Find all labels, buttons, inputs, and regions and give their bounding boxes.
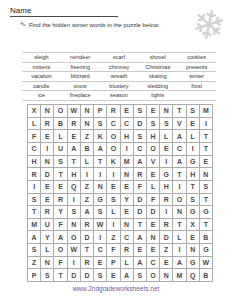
cell-r13c10: C — [147, 257, 160, 270]
cell-r8c3: R — [54, 194, 67, 207]
word-christmas: Christmas — [138, 62, 177, 72]
puzzle-grid: XNOWNPRESENTSMLRBRNSCCDSSVEIFELEZKOHSHLA… — [27, 104, 213, 282]
word-sledding: sledding — [138, 81, 177, 91]
cell-r10c4: N — [68, 219, 81, 232]
cell-r1c7: R — [107, 105, 120, 118]
cell-r1c9: S — [134, 105, 147, 118]
cell-r4c12: C — [173, 143, 186, 156]
cell-r3c2: E — [41, 130, 54, 143]
cell-r6c12: T — [173, 168, 186, 181]
cell-r14c14: B — [200, 269, 213, 282]
cell-r8c13: S — [187, 194, 200, 207]
cell-r5c10: V — [147, 156, 160, 169]
word-season: season — [100, 90, 139, 100]
cell-r4c5: B — [81, 143, 94, 156]
cell-r14c4: D — [68, 269, 81, 282]
cell-r2c6: S — [94, 118, 107, 131]
cell-r3c13: L — [187, 130, 200, 143]
cell-r12c12: I — [173, 244, 186, 257]
cell-r9c6: S — [94, 206, 107, 219]
cell-r5c7: K — [107, 156, 120, 169]
cell-r1c11: N — [160, 105, 173, 118]
cell-r13c4: I — [68, 257, 81, 270]
word-blustery: blustery — [100, 81, 139, 91]
cell-r14c5: D — [81, 269, 94, 282]
cell-r5c13: G — [187, 156, 200, 169]
cell-r11c12: L — [173, 231, 186, 244]
cell-r6c8: N — [121, 168, 134, 181]
cell-r4c13: I — [187, 143, 200, 156]
cell-r1c10: E — [147, 105, 160, 118]
cell-r8c8: Y — [121, 194, 134, 207]
cell-r12c2: L — [41, 244, 54, 257]
cell-r12c5: T — [81, 244, 94, 257]
cell-r10c12: T — [173, 219, 186, 232]
cell-r3c9: S — [134, 130, 147, 143]
cell-r10c11: R — [160, 219, 173, 232]
cell-r7c12: I — [173, 181, 186, 194]
cell-r6c1: R — [28, 168, 41, 181]
cell-r4c2: I — [41, 143, 54, 156]
cell-r6c14: N — [200, 168, 213, 181]
cell-r2c1: L — [28, 118, 41, 131]
cell-r4c8: I — [121, 143, 134, 156]
cell-r9c10: D — [147, 206, 160, 219]
cell-r1c14: M — [200, 105, 213, 118]
cell-r14c2: S — [41, 269, 54, 282]
cell-r7c3: E — [54, 181, 67, 194]
cell-r3c11: L — [160, 130, 173, 143]
cell-r2c13: E — [187, 118, 200, 131]
instruction-text: Find the hidden winter words in the puzz… — [29, 22, 160, 28]
cell-r5c11: I — [160, 156, 173, 169]
cell-r4c3: U — [54, 143, 67, 156]
cell-r2c9: D — [134, 118, 147, 131]
cell-r9c2: R — [41, 206, 54, 219]
cell-r7c9: F — [134, 181, 147, 194]
cell-r14c12: M — [173, 269, 186, 282]
cell-r7c8: E — [121, 181, 134, 194]
cell-r5c6: T — [94, 156, 107, 169]
cell-r13c9: A — [134, 257, 147, 270]
name-label: Name — [10, 6, 31, 15]
cell-r11c2: Y — [41, 231, 54, 244]
cell-r9c13: G — [187, 206, 200, 219]
cell-r13c6: E — [94, 257, 107, 270]
cell-r7c11: H — [160, 181, 173, 194]
cell-r1c13: S — [187, 105, 200, 118]
cell-r8c14: T — [200, 194, 213, 207]
word-ice: ice — [22, 90, 61, 100]
word-list: sleighreindeerscarfshovelcookiesmittensf… — [22, 52, 216, 101]
cell-r13c8: L — [121, 257, 134, 270]
cell-r6c11: G — [160, 168, 173, 181]
footer-url[interactable]: www.2ndgradeworksheets.net — [0, 285, 232, 292]
cell-r5c12: A — [173, 156, 186, 169]
cell-r12c11: Z — [160, 244, 173, 257]
cell-r2c3: B — [54, 118, 67, 131]
cell-r7c2: E — [41, 181, 54, 194]
cell-r8c4: I — [68, 194, 81, 207]
cell-r12c8: R — [121, 244, 134, 257]
cell-r7c5: Z — [81, 181, 94, 194]
cell-r13c7: P — [107, 257, 120, 270]
cell-r7c6: N — [94, 181, 107, 194]
cell-r12c3: O — [54, 244, 67, 257]
cell-r6c5: I — [81, 168, 94, 181]
cell-r7c7: E — [107, 181, 120, 194]
cell-r11c3: A — [54, 231, 67, 244]
cell-r8c5: Z — [81, 194, 94, 207]
snowflake-icon: ❄ — [188, 1, 230, 49]
cell-r3c4: E — [68, 130, 81, 143]
cell-r5c9: A — [134, 156, 147, 169]
cell-r8c12: O — [173, 194, 186, 207]
cell-r10c10: E — [147, 219, 160, 232]
cell-r14c9: S — [134, 269, 147, 282]
cell-r4c9: C — [134, 143, 147, 156]
cell-r13c14: W — [200, 257, 213, 270]
cell-r10c8: N — [121, 219, 134, 232]
instruction-row: ✎ Find the hidden winter words in the pu… — [20, 21, 182, 29]
cell-r11c9: A — [134, 231, 147, 244]
pencil-icon: ✎ — [19, 21, 26, 30]
cell-r9c1: T — [28, 206, 41, 219]
word-scarf: scarf — [100, 52, 139, 62]
word-shovel: shovel — [138, 52, 177, 62]
cell-r5c14: E — [200, 156, 213, 169]
cell-r12c6: C — [94, 244, 107, 257]
cell-r11c11: D — [160, 231, 173, 244]
cell-r13c2: N — [41, 257, 54, 270]
cell-r2c12: V — [173, 118, 186, 131]
cell-r13c11: E — [160, 257, 173, 270]
cell-r3c7: O — [107, 130, 120, 143]
cell-r4c14: T — [200, 143, 213, 156]
cell-r8c2: E — [41, 194, 54, 207]
cell-r12c13: N — [187, 244, 200, 257]
cell-r7c13: T — [187, 181, 200, 194]
cell-r10c1: M — [28, 219, 41, 232]
cell-r8c10: F — [147, 194, 160, 207]
word-cookies: cookies — [177, 52, 216, 62]
cell-r12c9: E — [134, 244, 147, 257]
cell-r2c11: S — [160, 118, 173, 131]
cell-r10c2: U — [41, 219, 54, 232]
cell-r4c10: O — [147, 143, 160, 156]
cell-r2c5: N — [81, 118, 94, 131]
word-chimney: chimney — [100, 62, 139, 72]
cell-r11c13: E — [187, 231, 200, 244]
word-reindeer: reindeer — [61, 52, 100, 62]
cell-r6c4: H — [68, 168, 81, 181]
cell-r1c6: P — [94, 105, 107, 118]
cell-r4c11: E — [160, 143, 173, 156]
cell-r7c4: Q — [68, 181, 81, 194]
cell-r9c8: E — [121, 206, 134, 219]
cell-r1c4: W — [68, 105, 81, 118]
word-frost: frost — [177, 81, 216, 91]
cell-r13c3: F — [54, 257, 67, 270]
cell-r9c9: D — [134, 206, 147, 219]
cell-r3c5: Z — [81, 130, 94, 143]
cell-r3c8: H — [121, 130, 134, 143]
cell-r13c12: A — [173, 257, 186, 270]
cell-r9c12: N — [173, 206, 186, 219]
cell-r6c10: E — [147, 168, 160, 181]
word-empty — [177, 90, 216, 100]
cell-r1c5: N — [81, 105, 94, 118]
cell-r10c3: F — [54, 219, 67, 232]
cell-r8c7: S — [107, 194, 120, 207]
cell-r2c7: C — [107, 118, 120, 131]
cell-r14c3: T — [54, 269, 67, 282]
cell-r4c6: A — [94, 143, 107, 156]
cell-r3c10: H — [147, 130, 160, 143]
word-lights: lights — [138, 90, 177, 100]
word-freezing: freezing — [61, 62, 100, 72]
cell-r11c5: D — [81, 231, 94, 244]
cell-r8c1: S — [28, 194, 41, 207]
cell-r1c1: X — [28, 105, 41, 118]
cell-r5c3: S — [54, 156, 67, 169]
cell-r5c1: H — [28, 156, 41, 169]
cell-r9c7: L — [107, 206, 120, 219]
cell-r2c4: R — [68, 118, 81, 131]
cell-r1c3: O — [54, 105, 67, 118]
cell-r13c5: R — [81, 257, 94, 270]
cell-r4c7: O — [107, 143, 120, 156]
cell-r13c13: G — [187, 257, 200, 270]
cell-r7c1: I — [28, 181, 41, 194]
cell-r2c14: I — [200, 118, 213, 131]
word-skating: skating — [138, 71, 177, 81]
cell-r9c4: S — [68, 206, 81, 219]
cell-r1c8: E — [121, 105, 134, 118]
cell-r10c9: T — [134, 219, 147, 232]
cell-r14c13: Q — [187, 269, 200, 282]
cell-r3c6: K — [94, 130, 107, 143]
cell-r5c2: N — [41, 156, 54, 169]
cell-r12c7: F — [107, 244, 120, 257]
cell-r11c6: I — [94, 231, 107, 244]
cell-r11c7: Z — [107, 231, 120, 244]
cell-r11c14: B — [200, 231, 213, 244]
cell-r14c7: E — [107, 269, 120, 282]
cell-r12c14: G — [200, 244, 213, 257]
word-blizzard: blizzard — [61, 71, 100, 81]
cell-r5c5: L — [81, 156, 94, 169]
cell-r11c8: C — [121, 231, 134, 244]
cell-r7c10: L — [147, 181, 160, 194]
cell-r6c13: H — [187, 168, 200, 181]
worksheet-page: Name ✎ Find the hidden winter words in t… — [0, 0, 232, 300]
cell-r14c8: A — [121, 269, 134, 282]
cell-r5c8: M — [121, 156, 134, 169]
word-winter: winter — [177, 71, 216, 81]
cell-r2c10: S — [147, 118, 160, 131]
cell-r1c12: T — [173, 105, 186, 118]
cell-r8c9: D — [134, 194, 147, 207]
word-vacation: vacation — [22, 71, 61, 81]
cell-r11c10: N — [147, 231, 160, 244]
cell-r9c5: A — [81, 206, 94, 219]
cell-r12c1: S — [28, 244, 41, 257]
cell-r3c3: L — [54, 130, 67, 143]
word-sleigh: sleigh — [22, 52, 61, 62]
cell-r9c11: I — [160, 206, 173, 219]
cell-r3c1: F — [28, 130, 41, 143]
cell-r3c12: A — [173, 130, 186, 143]
cell-r6c9: R — [134, 168, 147, 181]
cell-r8c6: G — [94, 194, 107, 207]
word-mittens: mittens — [22, 62, 61, 72]
cell-r11c1: A — [28, 231, 41, 244]
word-presents: presents — [177, 62, 216, 72]
cell-r12c10: E — [147, 244, 160, 257]
cell-r14c1: P — [28, 269, 41, 282]
cell-r3c14: T — [200, 130, 213, 143]
cell-r12c4: W — [68, 244, 81, 257]
cell-r4c4: A — [68, 143, 81, 156]
cell-r6c3: T — [54, 168, 67, 181]
cell-r14c6: S — [94, 269, 107, 282]
word-fireplace: fireplace — [61, 90, 100, 100]
cell-r2c8: C — [121, 118, 134, 131]
cell-r6c7: I — [107, 168, 120, 181]
name-line[interactable]: Name — [10, 6, 118, 17]
cell-r9c14: G — [200, 206, 213, 219]
cell-r10c13: X — [187, 219, 200, 232]
cell-r9c3: Y — [54, 206, 67, 219]
cell-r1c2: N — [41, 105, 54, 118]
cell-r10c6: W — [94, 219, 107, 232]
cell-r7c14: S — [200, 181, 213, 194]
word-wreath: wreath — [100, 71, 139, 81]
cell-r13c1: Z — [28, 257, 41, 270]
cell-r8c11: R — [160, 194, 173, 207]
cell-r6c2: D — [41, 168, 54, 181]
cell-r2c2: R — [41, 118, 54, 131]
word-candle: candle — [22, 81, 61, 91]
word-snow: snow — [61, 81, 100, 91]
cell-r4c1: C — [28, 143, 41, 156]
cell-r14c11: N — [160, 269, 173, 282]
cell-r6c6: I — [94, 168, 107, 181]
cell-r10c7: I — [107, 219, 120, 232]
cell-r14c10: O — [147, 269, 160, 282]
cell-r10c5: R — [81, 219, 94, 232]
cell-r5c4: T — [68, 156, 81, 169]
cell-r10c14: T — [200, 219, 213, 232]
cell-r11c4: O — [68, 231, 81, 244]
